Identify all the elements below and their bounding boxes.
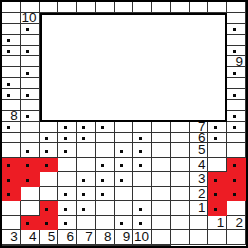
cell-5-9[interactable] [21, 78, 40, 89]
spreadsheet-cell [171, 216, 190, 231]
cell-1-7[interactable] [208, 122, 227, 133]
spreadsheet-cell [2, 13, 21, 24]
cell-3-8[interactable] [2, 122, 21, 133]
cell-5-7[interactable] [40, 133, 59, 144]
dot-marker [26, 72, 29, 75]
dot-marker [7, 193, 10, 196]
cell-9-4[interactable] [115, 172, 134, 187]
dot-marker [139, 222, 142, 225]
spreadsheet-cell [152, 158, 171, 173]
spreadsheet-cell [58, 245, 77, 246]
spreadsheet-cell [171, 143, 190, 158]
spreadsheet-cell [152, 2, 171, 13]
spreadsheet-cell [152, 201, 171, 216]
col-label-4: 4 [21, 230, 40, 245]
cell-6-4[interactable] [58, 172, 77, 187]
cell-4-7[interactable] [21, 133, 40, 144]
spreadsheet-cell [77, 245, 96, 246]
dot-marker [233, 179, 236, 182]
spreadsheet-cell [152, 230, 171, 245]
dot-marker [64, 150, 67, 153]
spreadsheet-cell [171, 2, 190, 13]
col-label-3: 3 [2, 230, 21, 245]
row-label-10: 10 [21, 13, 40, 24]
dot-marker [26, 94, 29, 97]
cell-9-2[interactable] [115, 201, 134, 216]
spreadsheet-cell [171, 172, 190, 187]
spreadsheet-cell [21, 245, 40, 246]
spreadsheet-cell [77, 2, 96, 13]
cell-10-4[interactable] [133, 172, 152, 187]
cell-2-3[interactable] [227, 172, 246, 187]
cell-9-7[interactable] [115, 133, 134, 144]
dot-marker [45, 137, 48, 140]
cell-5-3[interactable] [40, 187, 59, 202]
dot-marker [139, 208, 142, 211]
spreadsheet-cell [171, 158, 190, 173]
cell-10-7[interactable] [133, 133, 152, 144]
cell-2-6[interactable] [227, 133, 246, 144]
dot-marker [7, 83, 10, 86]
cell-9-6[interactable] [115, 143, 134, 158]
row-label-8: 8 [2, 111, 21, 122]
cell-8-5[interactable] [96, 158, 115, 173]
cell-4-2[interactable] [21, 201, 40, 216]
dot-marker [233, 126, 236, 129]
cell-10-8[interactable] [133, 122, 152, 133]
row-label-9: 9 [227, 56, 246, 67]
cell-2-8[interactable] [227, 111, 246, 122]
grid-puzzle-screenshot: 1098765432112345678910 [0, 0, 248, 248]
spreadsheet-cell [40, 2, 59, 13]
cell-1-1[interactable] [208, 201, 227, 216]
spreadsheet-cell [171, 122, 190, 133]
spreadsheet-cell [21, 100, 40, 111]
spreadsheet-cell [171, 201, 190, 216]
dot-marker [45, 164, 48, 167]
col-label-1: 1 [208, 216, 227, 231]
col-label-6: 6 [58, 230, 77, 245]
dot-marker [120, 150, 123, 153]
cell-2-1[interactable] [227, 201, 246, 216]
dot-marker [214, 208, 217, 211]
cell-3-7[interactable] [2, 133, 21, 144]
board-border [40, 13, 228, 122]
cell-6-6[interactable] [58, 143, 77, 158]
cell-8-9[interactable] [21, 89, 40, 100]
row-label-7: 7 [190, 122, 209, 133]
cell-3-10[interactable] [21, 24, 40, 35]
cell-5-8[interactable] [40, 122, 59, 133]
spreadsheet-cell [171, 230, 190, 245]
col-label-7: 7 [77, 230, 96, 245]
dot-marker [214, 137, 217, 140]
spreadsheet-cell [227, 100, 246, 111]
dot-marker [120, 179, 123, 182]
row-label-6: 6 [190, 133, 209, 144]
cell-10-3[interactable] [133, 187, 152, 202]
dot-marker [26, 150, 29, 153]
cell-2-4[interactable] [227, 158, 246, 173]
dot-marker [82, 137, 85, 140]
cell-4-4[interactable] [21, 172, 40, 187]
spreadsheet-cell [96, 245, 115, 246]
cell-5-6[interactable] [40, 143, 59, 158]
cell-10-9[interactable] [2, 100, 21, 111]
dot-marker [26, 179, 29, 182]
row-label-5: 5 [190, 143, 209, 158]
cell-6-3[interactable] [58, 187, 77, 202]
cell-2-7[interactable] [227, 122, 246, 133]
spreadsheet-cell [208, 2, 227, 13]
spreadsheet-cell [58, 2, 77, 13]
spreadsheet-cell [2, 56, 21, 67]
cell-9-8[interactable] [115, 122, 134, 133]
cell-3-3[interactable] [2, 187, 21, 202]
spreadsheet-cell [2, 245, 21, 246]
dot-marker [101, 164, 104, 167]
cell-1-6[interactable] [208, 133, 227, 144]
cell-6-10[interactable] [21, 35, 40, 46]
cell-4-10[interactable] [227, 24, 246, 35]
cell-8-6[interactable] [96, 143, 115, 158]
cell-8-2[interactable] [96, 201, 115, 216]
dot-marker [7, 50, 10, 53]
puzzle-board: 1098765432112345678910 [2, 2, 246, 246]
cell-3-6[interactable] [2, 143, 21, 158]
spreadsheet-cell [152, 245, 171, 246]
spreadsheet-cell [152, 133, 171, 144]
dot-marker [214, 193, 217, 196]
row-label-3: 3 [190, 172, 209, 187]
dot-marker [64, 208, 67, 211]
dot-marker [82, 126, 85, 129]
cell-4-5[interactable] [21, 158, 40, 173]
cell-10-5[interactable] [133, 158, 152, 173]
row-label-4: 4 [190, 158, 209, 173]
cell-3-1[interactable] [2, 216, 21, 231]
dot-marker [233, 28, 236, 31]
spreadsheet-cell [152, 122, 171, 133]
cell-3-5[interactable] [2, 158, 21, 173]
cell-7-10[interactable] [227, 35, 246, 46]
cell-9-1[interactable] [115, 216, 134, 231]
cell-10-2[interactable] [133, 201, 152, 216]
cell-8-8[interactable] [96, 122, 115, 133]
cell-2-2[interactable] [227, 187, 246, 202]
cell-6-2[interactable] [58, 201, 77, 216]
dot-marker [26, 115, 29, 118]
cell-7-8[interactable] [77, 122, 96, 133]
spreadsheet-cell [190, 2, 209, 13]
dot-marker [139, 137, 142, 140]
dot-marker [82, 193, 85, 196]
dot-marker [7, 39, 10, 42]
cell-9-3[interactable] [115, 187, 134, 202]
spreadsheet-cell [171, 187, 190, 202]
cell-7-2[interactable] [77, 201, 96, 216]
cell-7-3[interactable] [77, 187, 96, 202]
col-label-5: 5 [40, 230, 59, 245]
spreadsheet-cell [152, 143, 171, 158]
dot-marker [26, 222, 29, 225]
dot-marker [214, 126, 217, 129]
dot-marker [64, 193, 67, 196]
dot-marker [82, 179, 85, 182]
cell-4-1[interactable] [21, 216, 40, 231]
dot-marker [26, 28, 29, 31]
dot-marker [233, 72, 236, 75]
cell-6-7[interactable] [58, 133, 77, 144]
dot-marker [45, 150, 48, 153]
dot-marker [7, 164, 10, 167]
cell-6-5[interactable] [58, 158, 77, 173]
spreadsheet-cell [133, 2, 152, 13]
dot-marker [82, 208, 85, 211]
dot-marker [101, 193, 104, 196]
cell-1-3[interactable] [208, 172, 227, 187]
spreadsheet-cell [40, 245, 59, 246]
cell-1-4[interactable] [208, 158, 227, 173]
dot-marker [7, 179, 10, 182]
dot-marker [233, 50, 236, 53]
cell-6-8[interactable] [58, 122, 77, 133]
dot-marker [64, 137, 67, 140]
cell-4-3[interactable] [21, 187, 40, 202]
spreadsheet-cell [171, 133, 190, 144]
cell-2-9[interactable] [21, 67, 40, 78]
dot-marker [45, 222, 48, 225]
spreadsheet-cell [152, 216, 171, 231]
cell-7-9[interactable] [2, 89, 21, 100]
cell-10-1[interactable] [133, 216, 152, 231]
cell-8-1[interactable] [96, 216, 115, 231]
spreadsheet-cell [190, 230, 209, 245]
cell-1-2[interactable] [208, 187, 227, 202]
spreadsheet-cell [227, 230, 246, 245]
cell-7-5[interactable] [77, 158, 96, 173]
cell-7-4[interactable] [77, 172, 96, 187]
dot-marker [233, 115, 236, 118]
dot-marker [101, 179, 104, 182]
cell-4-8[interactable] [21, 122, 40, 133]
spreadsheet-cell [2, 2, 21, 13]
spreadsheet-cell [133, 245, 152, 246]
cell-7-7[interactable] [77, 133, 96, 144]
col-label-10: 10 [133, 230, 152, 245]
cell-2-5[interactable] [227, 143, 246, 158]
cell-6-9[interactable] [227, 78, 246, 89]
cell-6-1[interactable] [58, 216, 77, 231]
cell-2-10[interactable] [2, 24, 21, 35]
dot-marker [26, 164, 29, 167]
cell-10-10[interactable] [227, 46, 246, 57]
dot-marker [101, 126, 104, 129]
spreadsheet-cell [21, 56, 40, 67]
spreadsheet-cell [152, 187, 171, 202]
dot-marker [64, 222, 67, 225]
cell-8-4[interactable] [96, 172, 115, 187]
dot-marker [120, 164, 123, 167]
cell-8-10[interactable] [2, 46, 21, 57]
col-label-9: 9 [115, 230, 134, 245]
dot-marker [7, 126, 10, 129]
cell-5-1[interactable] [40, 216, 59, 231]
cell-4-6[interactable] [21, 143, 40, 158]
cell-8-7[interactable] [96, 133, 115, 144]
dot-marker [45, 208, 48, 211]
cell-7-1[interactable] [77, 216, 96, 231]
cell-9-5[interactable] [115, 158, 134, 173]
cell-9-9[interactable] [227, 89, 246, 100]
spreadsheet-cell [115, 2, 134, 13]
dot-marker [139, 150, 142, 153]
col-label-2: 2 [227, 216, 246, 231]
cell-1-9[interactable] [2, 67, 21, 78]
spreadsheet-cell [96, 2, 115, 13]
cell-5-5[interactable] [40, 158, 59, 173]
spreadsheet-cell [115, 245, 134, 246]
spreadsheet-cell [190, 216, 209, 231]
spreadsheet-cell [208, 230, 227, 245]
cell-4-9[interactable] [2, 78, 21, 89]
row-label-1: 1 [190, 201, 209, 216]
row-label-2: 2 [190, 187, 209, 202]
cell-3-9[interactable] [227, 67, 246, 78]
cell-1-5[interactable] [208, 143, 227, 158]
dot-marker [26, 50, 29, 53]
col-label-8: 8 [96, 230, 115, 245]
cell-9-10[interactable] [21, 46, 40, 57]
dot-marker [233, 193, 236, 196]
spreadsheet-cell [152, 172, 171, 187]
cell-3-4[interactable] [2, 172, 21, 187]
cell-1-10[interactable] [227, 13, 246, 24]
dot-marker [139, 164, 142, 167]
dot-marker [233, 94, 236, 97]
dot-marker [120, 222, 123, 225]
cell-7-6[interactable] [77, 143, 96, 158]
cell-5-2[interactable] [40, 201, 59, 216]
dot-marker [233, 164, 236, 167]
spreadsheet-cell [227, 2, 246, 13]
cell-3-2[interactable] [2, 201, 21, 216]
spreadsheet-cell [21, 2, 40, 13]
dot-marker [64, 126, 67, 129]
cell-8-3[interactable] [96, 187, 115, 202]
cell-1-8[interactable] [21, 111, 40, 122]
cell-5-10[interactable] [2, 35, 21, 46]
cell-5-4[interactable] [40, 172, 59, 187]
cell-10-6[interactable] [133, 143, 152, 158]
dot-marker [214, 179, 217, 182]
dot-marker [7, 94, 10, 97]
